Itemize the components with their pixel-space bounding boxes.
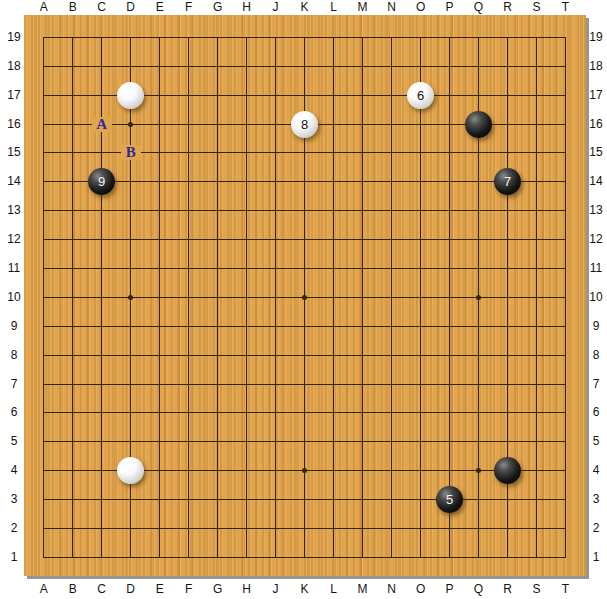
row-label-right-15: 15 bbox=[589, 145, 602, 160]
row-label-right-3: 3 bbox=[593, 492, 600, 507]
star-point bbox=[128, 295, 133, 300]
row-label-left-4: 4 bbox=[11, 463, 18, 478]
grid-line-horizontal bbox=[43, 528, 566, 529]
star-point bbox=[128, 122, 133, 127]
col-label-bottom-F: F bbox=[185, 582, 192, 597]
col-label-bottom-J: J bbox=[273, 582, 279, 597]
row-label-right-11: 11 bbox=[590, 261, 602, 276]
row-label-left-11: 11 bbox=[8, 261, 20, 276]
row-label-right-4: 4 bbox=[593, 463, 600, 478]
col-label-top-C: C bbox=[97, 0, 106, 15]
grid-line-vertical bbox=[420, 37, 421, 558]
stone-number: 5 bbox=[446, 493, 453, 506]
grid-line-horizontal bbox=[43, 557, 566, 558]
grid-line-horizontal bbox=[43, 412, 566, 413]
star-point bbox=[302, 295, 307, 300]
go-diagram: AB68975 AABBCCDDEEFFGGHHJJKKLLMMNNOOPPQQ… bbox=[0, 0, 607, 599]
stone-number: 7 bbox=[504, 175, 511, 188]
marker-B: B bbox=[121, 145, 141, 160]
col-label-top-Q: Q bbox=[474, 0, 483, 15]
row-label-right-7: 7 bbox=[593, 377, 600, 392]
col-label-bottom-A: A bbox=[40, 582, 48, 597]
stone-black-R4 bbox=[494, 457, 521, 484]
grid-line-horizontal bbox=[43, 499, 566, 500]
col-label-top-N: N bbox=[387, 0, 396, 15]
row-label-right-13: 13 bbox=[589, 203, 602, 218]
row-label-left-14: 14 bbox=[7, 174, 20, 189]
col-label-top-D: D bbox=[126, 0, 135, 15]
stone-number: 9 bbox=[98, 175, 105, 188]
col-label-top-B: B bbox=[69, 0, 77, 15]
row-label-right-1: 1 bbox=[593, 550, 600, 565]
col-label-bottom-T: T bbox=[562, 582, 569, 597]
row-label-right-14: 14 bbox=[589, 174, 602, 189]
row-label-left-5: 5 bbox=[11, 434, 18, 449]
col-label-top-H: H bbox=[242, 0, 251, 15]
col-label-bottom-G: G bbox=[213, 582, 222, 597]
grid-line-vertical bbox=[565, 37, 566, 558]
col-label-top-M: M bbox=[358, 0, 368, 15]
col-label-top-T: T bbox=[562, 0, 569, 15]
row-label-right-9: 9 bbox=[593, 319, 600, 334]
col-label-bottom-K: K bbox=[301, 582, 309, 597]
row-label-right-5: 5 bbox=[593, 434, 600, 449]
grid-line-horizontal bbox=[43, 326, 566, 327]
row-label-right-2: 2 bbox=[593, 521, 600, 536]
col-label-top-O: O bbox=[416, 0, 425, 15]
marker-A: A bbox=[92, 117, 112, 132]
col-label-bottom-B: B bbox=[69, 582, 77, 597]
row-label-left-3: 3 bbox=[11, 492, 18, 507]
row-label-left-18: 18 bbox=[7, 59, 20, 74]
row-label-right-17: 17 bbox=[589, 88, 602, 103]
row-label-right-8: 8 bbox=[593, 348, 600, 363]
col-label-bottom-E: E bbox=[156, 582, 164, 597]
row-label-left-9: 9 bbox=[11, 319, 18, 334]
stone-white-O17: 6 bbox=[407, 82, 434, 109]
stone-white-K16: 8 bbox=[291, 111, 318, 138]
star-point bbox=[302, 468, 307, 473]
col-label-bottom-P: P bbox=[446, 582, 454, 597]
col-label-top-G: G bbox=[213, 0, 222, 15]
col-label-bottom-S: S bbox=[532, 582, 540, 597]
col-label-bottom-O: O bbox=[416, 582, 425, 597]
grid-line-horizontal bbox=[43, 441, 566, 442]
go-board[interactable]: AB68975 bbox=[24, 15, 586, 576]
row-label-left-7: 7 bbox=[11, 377, 18, 392]
row-label-left-2: 2 bbox=[11, 521, 18, 536]
col-label-top-E: E bbox=[156, 0, 164, 15]
col-label-bottom-Q: Q bbox=[474, 582, 483, 597]
star-point bbox=[476, 295, 481, 300]
row-label-left-12: 12 bbox=[7, 232, 20, 247]
col-label-top-L: L bbox=[330, 0, 337, 15]
grid-line-vertical bbox=[391, 37, 392, 558]
col-label-bottom-L: L bbox=[330, 582, 337, 597]
row-label-left-15: 15 bbox=[7, 145, 20, 160]
row-label-left-8: 8 bbox=[11, 348, 18, 363]
grid-line-horizontal bbox=[43, 384, 566, 385]
col-label-top-P: P bbox=[446, 0, 454, 15]
col-label-bottom-D: D bbox=[126, 582, 135, 597]
col-label-top-S: S bbox=[532, 0, 540, 15]
row-label-left-10: 10 bbox=[7, 290, 20, 305]
col-label-bottom-H: H bbox=[242, 582, 251, 597]
grid-line-vertical bbox=[536, 37, 537, 558]
stone-white-D4 bbox=[117, 457, 144, 484]
col-label-bottom-R: R bbox=[503, 582, 512, 597]
col-label-top-R: R bbox=[503, 0, 512, 15]
col-label-top-J: J bbox=[273, 0, 279, 15]
row-label-left-17: 17 bbox=[7, 88, 20, 103]
stone-number: 8 bbox=[301, 118, 308, 131]
row-label-right-10: 10 bbox=[589, 290, 602, 305]
row-label-right-12: 12 bbox=[589, 232, 602, 247]
col-label-bottom-C: C bbox=[97, 582, 106, 597]
grid-line-vertical bbox=[333, 37, 334, 558]
stone-black-P3: 5 bbox=[436, 486, 463, 513]
stone-white-D17 bbox=[117, 82, 144, 109]
stone-black-R14: 7 bbox=[494, 168, 521, 195]
col-label-top-F: F bbox=[185, 0, 192, 15]
grid-line-vertical bbox=[449, 37, 450, 558]
stone-black-Q16 bbox=[465, 111, 492, 138]
row-label-left-6: 6 bbox=[11, 405, 18, 420]
col-label-top-A: A bbox=[40, 0, 48, 15]
col-label-bottom-M: M bbox=[358, 582, 368, 597]
row-label-left-13: 13 bbox=[7, 203, 20, 218]
col-label-top-K: K bbox=[301, 0, 309, 15]
row-label-right-19: 19 bbox=[589, 30, 602, 45]
row-label-right-16: 16 bbox=[589, 117, 602, 132]
row-label-left-1: 1 bbox=[11, 550, 18, 565]
star-point bbox=[476, 468, 481, 473]
row-label-right-6: 6 bbox=[593, 405, 600, 420]
stone-number: 6 bbox=[417, 89, 424, 102]
col-label-bottom-N: N bbox=[387, 582, 396, 597]
grid-line-horizontal bbox=[43, 355, 566, 356]
row-label-left-16: 16 bbox=[7, 117, 20, 132]
row-label-left-19: 19 bbox=[7, 30, 20, 45]
stone-black-C14: 9 bbox=[88, 168, 115, 195]
grid-line-vertical bbox=[362, 37, 363, 558]
row-label-right-18: 18 bbox=[589, 59, 602, 74]
